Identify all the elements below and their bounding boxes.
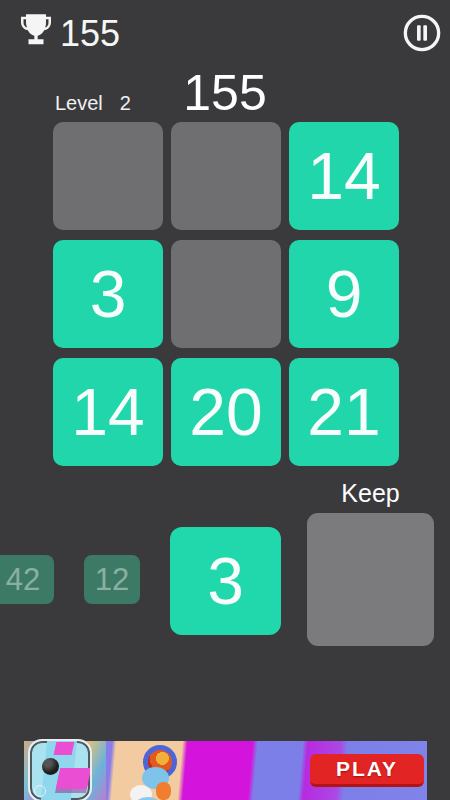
grid-cell-r2c2[interactable]: 21 <box>289 358 399 466</box>
grid-cell-r2c0[interactable]: 14 <box>53 358 163 466</box>
ad-icon-pink-block <box>55 768 91 789</box>
ad-icon-ball <box>42 758 59 775</box>
trophy-icon <box>16 11 56 51</box>
queue-tile-next: 12 <box>84 555 140 604</box>
grid-cell-r1c0[interactable]: 3 <box>53 240 163 348</box>
grid-cell-r0c0[interactable] <box>53 122 163 230</box>
ad-app-icon[interactable] <box>28 739 92 800</box>
grid-cell-r0c2[interactable]: 14 <box>289 122 399 230</box>
board-grid: 14 3 9 14 20 21 <box>53 122 399 466</box>
level-display: Level2 <box>55 92 131 115</box>
keep-slot[interactable] <box>307 513 434 646</box>
grid-cell-r0c1[interactable] <box>171 122 281 230</box>
current-tile[interactable]: 3 <box>170 527 281 635</box>
ad-info-icon <box>34 785 46 797</box>
ad-character-leg <box>156 782 171 800</box>
queue-tile-later: 42 <box>0 555 54 604</box>
grid-cell-r1c2[interactable]: 9 <box>289 240 399 348</box>
level-label: Level <box>55 92 103 114</box>
ad-play-button[interactable]: PLAY <box>310 754 424 787</box>
pause-button[interactable] <box>402 13 442 53</box>
grid-cell-r1c1[interactable] <box>171 240 281 348</box>
grid-cell-r2c1[interactable]: 20 <box>171 358 281 466</box>
top-bar: 155 <box>0 0 450 60</box>
level-value: 2 <box>120 92 131 114</box>
best-score: 155 <box>60 13 120 55</box>
keep-label: Keep <box>307 479 434 508</box>
ad-icon-pink-block <box>54 742 75 755</box>
